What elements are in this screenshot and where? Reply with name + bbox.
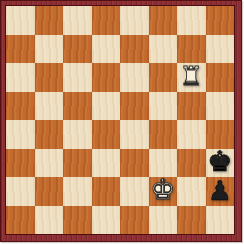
square-g7[interactable] [177,35,206,64]
square-e4[interactable] [120,120,149,149]
square-g5[interactable] [177,92,206,121]
square-h1[interactable] [206,206,235,235]
square-g1[interactable] [177,206,206,235]
square-e2[interactable] [120,177,149,206]
square-f8[interactable] [149,6,178,35]
square-a6[interactable] [6,63,35,92]
board-frame: ♜♚♚♟ [0,0,242,242]
square-c4[interactable] [63,120,92,149]
square-b6[interactable] [35,63,64,92]
square-b3[interactable] [35,149,64,178]
square-g8[interactable] [177,6,206,35]
square-e5[interactable] [120,92,149,121]
square-c6[interactable] [63,63,92,92]
square-e3[interactable] [120,149,149,178]
square-f6[interactable] [149,63,178,92]
square-a7[interactable] [6,35,35,64]
square-f5[interactable] [149,92,178,121]
square-c3[interactable] [63,149,92,178]
square-h2[interactable]: ♟ [206,177,235,206]
square-b2[interactable] [35,177,64,206]
square-h7[interactable] [206,35,235,64]
square-c8[interactable] [63,6,92,35]
square-a8[interactable] [6,6,35,35]
square-e8[interactable] [120,6,149,35]
square-h6[interactable] [206,63,235,92]
square-b1[interactable] [35,206,64,235]
square-c7[interactable] [63,35,92,64]
square-d7[interactable] [92,35,121,64]
square-h3[interactable]: ♚ [206,149,235,178]
square-e1[interactable] [120,206,149,235]
square-e7[interactable] [120,35,149,64]
square-b5[interactable] [35,92,64,121]
chess-board: ♜♚♚♟ [6,6,234,234]
square-d6[interactable] [92,63,121,92]
square-a5[interactable] [6,92,35,121]
square-g2[interactable] [177,177,206,206]
square-d1[interactable] [92,206,121,235]
square-e6[interactable] [120,63,149,92]
square-a3[interactable] [6,149,35,178]
piece-white-king[interactable]: ♚ [150,176,175,204]
square-c1[interactable] [63,206,92,235]
square-c5[interactable] [63,92,92,121]
square-d5[interactable] [92,92,121,121]
square-d2[interactable] [92,177,121,206]
square-d3[interactable] [92,149,121,178]
square-d8[interactable] [92,6,121,35]
square-a2[interactable] [6,177,35,206]
piece-white-rook[interactable]: ♜ [180,63,203,89]
square-d4[interactable] [92,120,121,149]
square-a1[interactable] [6,206,35,235]
square-g4[interactable] [177,120,206,149]
square-c2[interactable] [63,177,92,206]
square-f4[interactable] [149,120,178,149]
piece-black-pawn[interactable]: ♟ [208,177,232,204]
square-g3[interactable] [177,149,206,178]
square-b7[interactable] [35,35,64,64]
square-f7[interactable] [149,35,178,64]
square-b8[interactable] [35,6,64,35]
square-b4[interactable] [35,120,64,149]
piece-black-king[interactable]: ♚ [207,148,232,176]
square-f1[interactable] [149,206,178,235]
square-a4[interactable] [6,120,35,149]
square-f2[interactable]: ♚ [149,177,178,206]
square-h5[interactable] [206,92,235,121]
square-h8[interactable] [206,6,235,35]
square-g6[interactable]: ♜ [177,63,206,92]
